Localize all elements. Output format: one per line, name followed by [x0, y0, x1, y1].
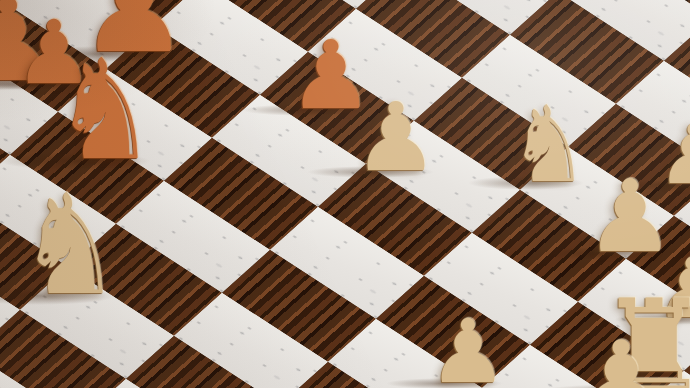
piece-white-pawn-d1[interactable]: ♟ [573, 327, 669, 388]
piece-black-knight-a6[interactable]: ♞ [54, 41, 156, 180]
piece-white-knight-f3[interactable]: ♞ [510, 92, 587, 197]
piece-white-knight-a4[interactable]: ♞ [19, 176, 121, 315]
piece-white-pawn-d2[interactable]: ♟ [429, 308, 508, 388]
pieces-layer: ♟♟♟♞♟♟♞♟♟♞♟♟♜♟ [0, 0, 690, 388]
piece-white-pawn-e4[interactable]: ♟ [354, 90, 439, 185]
chess-scene: ♟♟♟♞♟♟♞♟♟♞♟♟♜♟ [0, 0, 690, 388]
